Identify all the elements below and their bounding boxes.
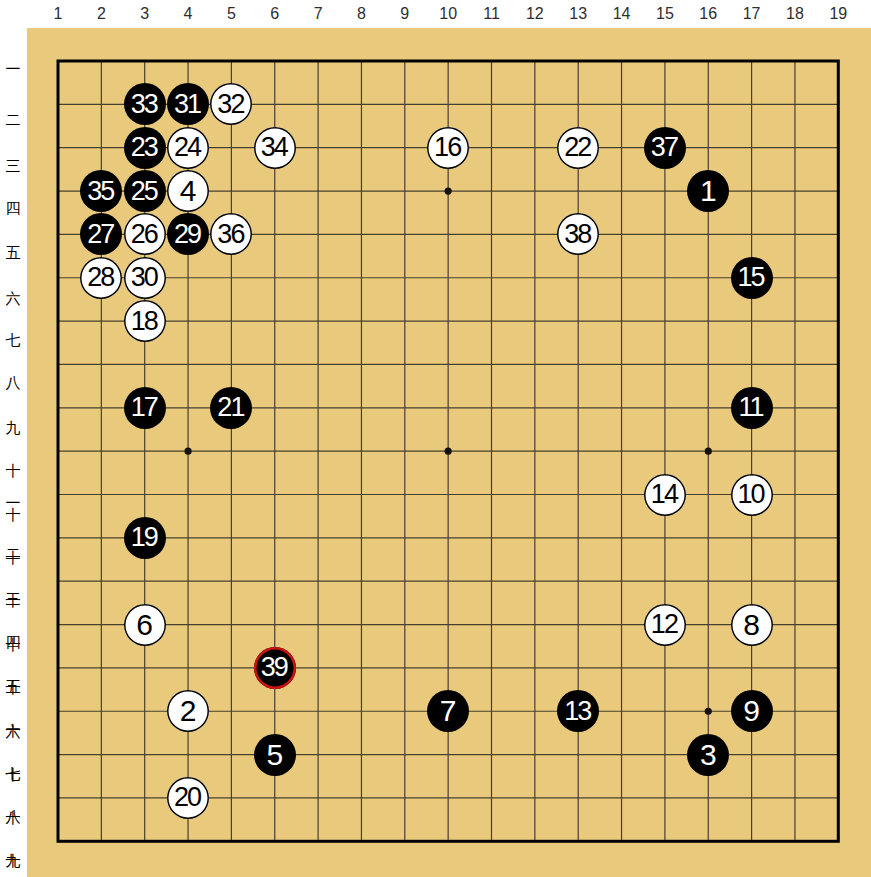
- stone-20-white[interactable]: 20: [167, 777, 209, 819]
- column-label-19: 19: [823, 3, 853, 25]
- stone-28-white[interactable]: 28: [80, 257, 122, 299]
- stone-8-white[interactable]: 8: [731, 604, 773, 646]
- stone-10-white[interactable]: 10: [731, 474, 773, 516]
- stone-37-black[interactable]: 37: [644, 127, 686, 169]
- column-label-10: 10: [433, 3, 463, 25]
- column-label-4: 4: [173, 3, 203, 25]
- stone-19-black[interactable]: 19: [124, 517, 166, 559]
- column-label-3: 3: [130, 3, 160, 25]
- stone-30-white[interactable]: 30: [124, 257, 166, 299]
- stone-26-white[interactable]: 26: [124, 213, 166, 255]
- column-label-8: 8: [346, 3, 376, 25]
- stone-2-white[interactable]: 2: [167, 690, 209, 732]
- go-diagram-page: 12345678910111213141516171819 一二三四五六七八九十…: [0, 0, 871, 877]
- stone-33-black[interactable]: 33: [124, 83, 166, 125]
- stone-23-black[interactable]: 23: [124, 127, 166, 169]
- stone-34-white[interactable]: 34: [254, 127, 296, 169]
- stone-27-black[interactable]: 27: [80, 213, 122, 255]
- column-label-11: 11: [477, 3, 507, 25]
- column-label-5: 5: [216, 3, 246, 25]
- stone-12-white[interactable]: 12: [644, 604, 686, 646]
- column-label-1: 1: [43, 3, 73, 25]
- column-label-15: 15: [650, 3, 680, 25]
- stone-7-black[interactable]: 7: [427, 690, 469, 732]
- stone-5-black[interactable]: 5: [254, 734, 296, 776]
- stone-17-black[interactable]: 17: [124, 387, 166, 429]
- column-label-12: 12: [520, 3, 550, 25]
- column-label-13: 13: [563, 3, 593, 25]
- stone-3-black[interactable]: 3: [687, 734, 729, 776]
- stone-38-white[interactable]: 38: [557, 213, 599, 255]
- stone-16-white[interactable]: 16: [427, 127, 469, 169]
- column-label-18: 18: [780, 3, 810, 25]
- go-board[interactable]: 1234567891011121314151617181920212223242…: [27, 28, 871, 877]
- stone-21-black[interactable]: 21: [210, 387, 252, 429]
- column-label-9: 9: [390, 3, 420, 25]
- column-label-14: 14: [607, 3, 637, 25]
- column-label-16: 16: [693, 3, 723, 25]
- column-label-6: 6: [260, 3, 290, 25]
- stone-1-black[interactable]: 1: [687, 170, 729, 212]
- stone-24-white[interactable]: 24: [167, 127, 209, 169]
- column-label-2: 2: [86, 3, 116, 25]
- stone-14-white[interactable]: 14: [644, 474, 686, 516]
- stone-4-white[interactable]: 4: [167, 170, 209, 212]
- stone-13-black[interactable]: 13: [557, 690, 599, 732]
- stone-22-white[interactable]: 22: [557, 127, 599, 169]
- column-label-17: 17: [737, 3, 767, 25]
- stone-29-black[interactable]: 29: [167, 213, 209, 255]
- stone-35-black[interactable]: 35: [80, 170, 122, 212]
- stone-15-black[interactable]: 15: [731, 257, 773, 299]
- stone-11-black[interactable]: 11: [731, 387, 773, 429]
- stone-9-black[interactable]: 9: [731, 690, 773, 732]
- stone-25-black[interactable]: 25: [124, 170, 166, 212]
- stone-31-black[interactable]: 31: [167, 83, 209, 125]
- stone-39-black[interactable]: 39: [254, 647, 296, 689]
- column-label-7: 7: [303, 3, 333, 25]
- stone-6-white[interactable]: 6: [124, 604, 166, 646]
- stone-36-white[interactable]: 36: [210, 213, 252, 255]
- stone-32-white[interactable]: 32: [210, 83, 252, 125]
- stone-18-white[interactable]: 18: [124, 300, 166, 342]
